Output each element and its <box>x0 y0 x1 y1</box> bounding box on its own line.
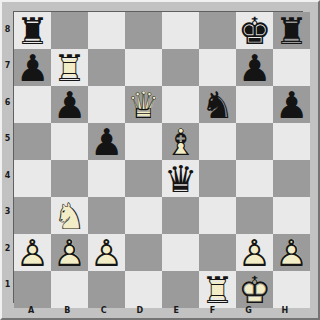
square-d6[interactable]: ♛♕ <box>125 86 162 123</box>
white-pawn-outline-icon: ♙ <box>14 235 51 272</box>
square-b5[interactable] <box>51 123 88 160</box>
piece-white-queen[interactable]: ♛♕ <box>125 87 162 124</box>
piece-black-pawn[interactable]: ♟ <box>14 50 51 87</box>
square-d2[interactable] <box>125 234 162 271</box>
square-e8[interactable] <box>162 12 199 49</box>
square-c2[interactable]: ♟♙ <box>88 234 125 271</box>
square-c4[interactable] <box>88 160 125 197</box>
piece-white-bishop[interactable]: ♝♗ <box>162 124 199 161</box>
black-queen-icon: ♛ <box>162 161 199 198</box>
rank-label-4: 4 <box>2 157 13 194</box>
square-b8[interactable] <box>51 12 88 49</box>
square-a7[interactable]: ♟ <box>14 49 51 86</box>
square-f3[interactable] <box>199 197 236 234</box>
rank-label-8: 8 <box>2 11 13 48</box>
piece-black-king[interactable]: ♚ <box>236 13 273 50</box>
square-d4[interactable] <box>125 160 162 197</box>
square-c8[interactable] <box>88 12 125 49</box>
file-label-a: A <box>13 303 49 317</box>
square-h3[interactable] <box>273 197 310 234</box>
square-d3[interactable] <box>125 197 162 234</box>
black-pawn-icon: ♟ <box>14 50 51 87</box>
square-a5[interactable] <box>14 123 51 160</box>
rank-label-1: 1 <box>2 267 13 304</box>
white-rook-outline-icon: ♖ <box>51 50 88 87</box>
square-h6[interactable]: ♟ <box>273 86 310 123</box>
file-label-g: G <box>231 303 267 317</box>
rank-label-7: 7 <box>2 48 13 85</box>
square-e5[interactable]: ♝♗ <box>162 123 199 160</box>
square-e4[interactable]: ♛ <box>162 160 199 197</box>
square-f2[interactable] <box>199 234 236 271</box>
file-label-e: E <box>158 303 194 317</box>
square-h8[interactable]: ♜ <box>273 12 310 49</box>
white-pawn-outline-icon: ♙ <box>51 235 88 272</box>
black-pawn-icon: ♟ <box>273 87 310 124</box>
square-e7[interactable] <box>162 49 199 86</box>
square-e6[interactable] <box>162 86 199 123</box>
square-e2[interactable] <box>162 234 199 271</box>
square-a4[interactable] <box>14 160 51 197</box>
piece-black-rook[interactable]: ♜ <box>14 13 51 50</box>
piece-white-rook[interactable]: ♜♖ <box>51 50 88 87</box>
black-king-icon: ♚ <box>236 13 273 50</box>
piece-black-knight[interactable]: ♞ <box>199 87 236 124</box>
square-h7[interactable] <box>273 49 310 86</box>
square-a3[interactable] <box>14 197 51 234</box>
file-label-c: C <box>86 303 122 317</box>
black-pawn-icon: ♟ <box>236 50 273 87</box>
rank-label-3: 3 <box>2 194 13 231</box>
square-f8[interactable] <box>199 12 236 49</box>
piece-black-queen[interactable]: ♛ <box>162 161 199 198</box>
rank-label-2: 2 <box>2 230 13 267</box>
piece-black-pawn[interactable]: ♟ <box>273 87 310 124</box>
piece-black-pawn[interactable]: ♟ <box>88 124 125 161</box>
square-b2[interactable]: ♟♙ <box>51 234 88 271</box>
chess-diagram-frame: 87654321 ♜♚♜♟♜♖♟♟♛♕♞♟♟♝♗♛♞♘♟♙♟♙♟♙♟♙♟♙♜♖♚… <box>0 0 320 320</box>
square-g6[interactable] <box>236 86 273 123</box>
square-h2[interactable]: ♟♙ <box>273 234 310 271</box>
black-pawn-icon: ♟ <box>51 87 88 124</box>
black-knight-icon: ♞ <box>199 87 236 124</box>
piece-white-pawn[interactable]: ♟♙ <box>51 235 88 272</box>
piece-white-pawn[interactable]: ♟♙ <box>14 235 51 272</box>
rank-coordinates: 87654321 <box>2 11 13 303</box>
piece-white-knight[interactable]: ♞♘ <box>51 198 88 235</box>
square-f6[interactable]: ♞ <box>199 86 236 123</box>
square-d5[interactable] <box>125 123 162 160</box>
piece-white-pawn[interactable]: ♟♙ <box>88 235 125 272</box>
file-label-d: D <box>122 303 158 317</box>
square-b4[interactable] <box>51 160 88 197</box>
file-label-h: H <box>267 303 303 317</box>
square-h4[interactable] <box>273 160 310 197</box>
square-c7[interactable] <box>88 49 125 86</box>
white-knight-outline-icon: ♘ <box>51 198 88 235</box>
square-c6[interactable] <box>88 86 125 123</box>
file-label-f: F <box>194 303 230 317</box>
square-b7[interactable]: ♜♖ <box>51 49 88 86</box>
square-b6[interactable]: ♟ <box>51 86 88 123</box>
white-queen-outline-icon: ♕ <box>125 87 162 124</box>
square-a2[interactable]: ♟♙ <box>14 234 51 271</box>
square-c5[interactable]: ♟ <box>88 123 125 160</box>
square-a8[interactable]: ♜ <box>14 12 51 49</box>
square-b3[interactable]: ♞♘ <box>51 197 88 234</box>
white-pawn-outline-icon: ♙ <box>236 235 273 272</box>
square-f5[interactable] <box>199 123 236 160</box>
file-label-b: B <box>49 303 85 317</box>
rank-label-6: 6 <box>2 84 13 121</box>
square-g8[interactable]: ♚ <box>236 12 273 49</box>
white-pawn-outline-icon: ♙ <box>88 235 125 272</box>
chess-board: ♜♚♜♟♜♖♟♟♛♕♞♟♟♝♗♛♞♘♟♙♟♙♟♙♟♙♟♙♜♖♚♔ <box>13 11 303 303</box>
white-pawn-outline-icon: ♙ <box>273 235 310 272</box>
black-rook-icon: ♜ <box>14 13 51 50</box>
rank-label-5: 5 <box>2 121 13 158</box>
square-c3[interactable] <box>88 197 125 234</box>
file-coordinates: ABCDEFGH <box>13 303 303 317</box>
square-g2[interactable]: ♟♙ <box>236 234 273 271</box>
square-e3[interactable] <box>162 197 199 234</box>
square-g7[interactable]: ♟ <box>236 49 273 86</box>
square-a6[interactable] <box>14 86 51 123</box>
black-rook-icon: ♜ <box>273 13 310 50</box>
square-f7[interactable] <box>199 49 236 86</box>
piece-black-rook[interactable]: ♜ <box>273 13 310 50</box>
square-d8[interactable] <box>125 12 162 49</box>
square-g4[interactable] <box>236 160 273 197</box>
piece-white-pawn[interactable]: ♟♙ <box>273 235 310 272</box>
square-g3[interactable] <box>236 197 273 234</box>
black-pawn-icon: ♟ <box>88 124 125 161</box>
piece-black-pawn[interactable]: ♟ <box>51 87 88 124</box>
square-h5[interactable] <box>273 123 310 160</box>
square-f4[interactable] <box>199 160 236 197</box>
square-g5[interactable] <box>236 123 273 160</box>
piece-white-pawn[interactable]: ♟♙ <box>236 235 273 272</box>
white-bishop-outline-icon: ♗ <box>162 124 199 161</box>
square-d7[interactable] <box>125 49 162 86</box>
piece-black-pawn[interactable]: ♟ <box>236 50 273 87</box>
